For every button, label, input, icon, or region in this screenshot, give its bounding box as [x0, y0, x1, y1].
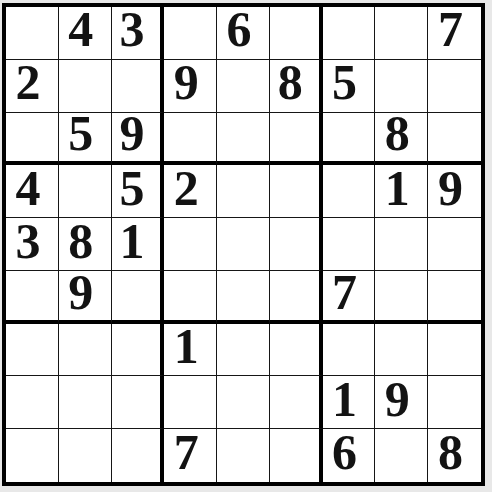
sudoku-cell-r3c3[interactable]: 9 [112, 113, 165, 166]
sudoku-cell-r9c1[interactable] [6, 429, 59, 482]
sudoku-board: 436729855984521938197119768 [2, 3, 485, 486]
sudoku-cell-r4c8[interactable]: 1 [375, 165, 428, 218]
sudoku-cell-r5c6[interactable] [270, 218, 323, 271]
sudoku-cell-r1c8[interactable] [375, 7, 428, 60]
sudoku-cell-r9c2[interactable] [59, 429, 112, 482]
sudoku-cell-r9c9[interactable]: 8 [428, 429, 481, 482]
sudoku-cell-r8c2[interactable] [59, 376, 112, 429]
sudoku-cell-r6c3[interactable] [112, 271, 165, 324]
sudoku-cell-r3c8[interactable]: 8 [375, 113, 428, 166]
sudoku-cell-r5c2[interactable]: 8 [59, 218, 112, 271]
sudoku-cell-r3c2[interactable]: 5 [59, 113, 112, 166]
sudoku-cell-r2c6[interactable]: 8 [270, 60, 323, 113]
sudoku-cell-r4c3[interactable]: 5 [112, 165, 165, 218]
sudoku-cell-r2c7[interactable]: 5 [323, 60, 376, 113]
sudoku-cell-r8c8[interactable]: 9 [375, 376, 428, 429]
sudoku-cell-r9c8[interactable] [375, 429, 428, 482]
sudoku-cell-r3c7[interactable] [323, 113, 376, 166]
sudoku-cell-r4c5[interactable] [217, 165, 270, 218]
sudoku-cell-r7c3[interactable] [112, 324, 165, 377]
sudoku-cell-r9c3[interactable] [112, 429, 165, 482]
sudoku-cell-r6c2[interactable]: 9 [59, 271, 112, 324]
sudoku-cell-r6c5[interactable] [217, 271, 270, 324]
sudoku-cell-r2c2[interactable] [59, 60, 112, 113]
sudoku-cell-r2c3[interactable] [112, 60, 165, 113]
sudoku-cell-r1c7[interactable] [323, 7, 376, 60]
sudoku-cell-r4c4[interactable]: 2 [164, 165, 217, 218]
sudoku-cell-r9c5[interactable] [217, 429, 270, 482]
sudoku-cell-r6c6[interactable] [270, 271, 323, 324]
sudoku-cell-r3c1[interactable] [6, 113, 59, 166]
sudoku-cell-r5c9[interactable] [428, 218, 481, 271]
sudoku-cell-r7c2[interactable] [59, 324, 112, 377]
sudoku-cell-r7c9[interactable] [428, 324, 481, 377]
sudoku-cell-r1c5[interactable]: 6 [217, 7, 270, 60]
sudoku-cell-r7c6[interactable] [270, 324, 323, 377]
sudoku-cell-r5c5[interactable] [217, 218, 270, 271]
sudoku-cell-r4c9[interactable]: 9 [428, 165, 481, 218]
sudoku-cell-r6c9[interactable] [428, 271, 481, 324]
sudoku-cell-r4c1[interactable]: 4 [6, 165, 59, 218]
sudoku-cell-r1c4[interactable] [164, 7, 217, 60]
sudoku-cell-r1c3[interactable]: 3 [112, 7, 165, 60]
sudoku-cell-r1c1[interactable] [6, 7, 59, 60]
sudoku-cell-r3c9[interactable] [428, 113, 481, 166]
sudoku-screenshot: 436729855984521938197119768 [0, 0, 492, 492]
sudoku-cell-r2c1[interactable]: 2 [6, 60, 59, 113]
sudoku-cell-r6c7[interactable]: 7 [323, 271, 376, 324]
sudoku-cell-r9c6[interactable] [270, 429, 323, 482]
sudoku-cell-r5c3[interactable]: 1 [112, 218, 165, 271]
sudoku-cell-r4c2[interactable] [59, 165, 112, 218]
sudoku-cell-r8c1[interactable] [6, 376, 59, 429]
sudoku-cell-r6c1[interactable] [6, 271, 59, 324]
sudoku-cell-r4c6[interactable] [270, 165, 323, 218]
sudoku-cell-r8c3[interactable] [112, 376, 165, 429]
sudoku-cell-r3c6[interactable] [270, 113, 323, 166]
sudoku-cell-r1c6[interactable] [270, 7, 323, 60]
sudoku-cell-r9c7[interactable]: 6 [323, 429, 376, 482]
sudoku-cell-r8c7[interactable]: 1 [323, 376, 376, 429]
sudoku-cell-r3c4[interactable] [164, 113, 217, 166]
sudoku-cell-r7c8[interactable] [375, 324, 428, 377]
sudoku-cell-r7c5[interactable] [217, 324, 270, 377]
sudoku-cell-r6c8[interactable] [375, 271, 428, 324]
sudoku-cell-r2c9[interactable] [428, 60, 481, 113]
sudoku-cell-r5c7[interactable] [323, 218, 376, 271]
sudoku-cell-r5c1[interactable]: 3 [6, 218, 59, 271]
sudoku-cell-r8c9[interactable] [428, 376, 481, 429]
sudoku-cell-r2c8[interactable] [375, 60, 428, 113]
sudoku-cell-r9c4[interactable]: 7 [164, 429, 217, 482]
sudoku-cell-r2c5[interactable] [217, 60, 270, 113]
sudoku-cell-r8c4[interactable] [164, 376, 217, 429]
sudoku-cell-r8c5[interactable] [217, 376, 270, 429]
sudoku-cell-r6c4[interactable] [164, 271, 217, 324]
sudoku-cell-r8c6[interactable] [270, 376, 323, 429]
sudoku-cell-r5c8[interactable] [375, 218, 428, 271]
sudoku-cell-r4c7[interactable] [323, 165, 376, 218]
sudoku-cell-r3c5[interactable] [217, 113, 270, 166]
sudoku-cell-r7c1[interactable] [6, 324, 59, 377]
sudoku-cell-r2c4[interactable]: 9 [164, 60, 217, 113]
sudoku-cell-r7c4[interactable]: 1 [164, 324, 217, 377]
sudoku-cell-r7c7[interactable] [323, 324, 376, 377]
sudoku-cell-r1c2[interactable]: 4 [59, 7, 112, 60]
sudoku-cell-r5c4[interactable] [164, 218, 217, 271]
sudoku-cell-r1c9[interactable]: 7 [428, 7, 481, 60]
